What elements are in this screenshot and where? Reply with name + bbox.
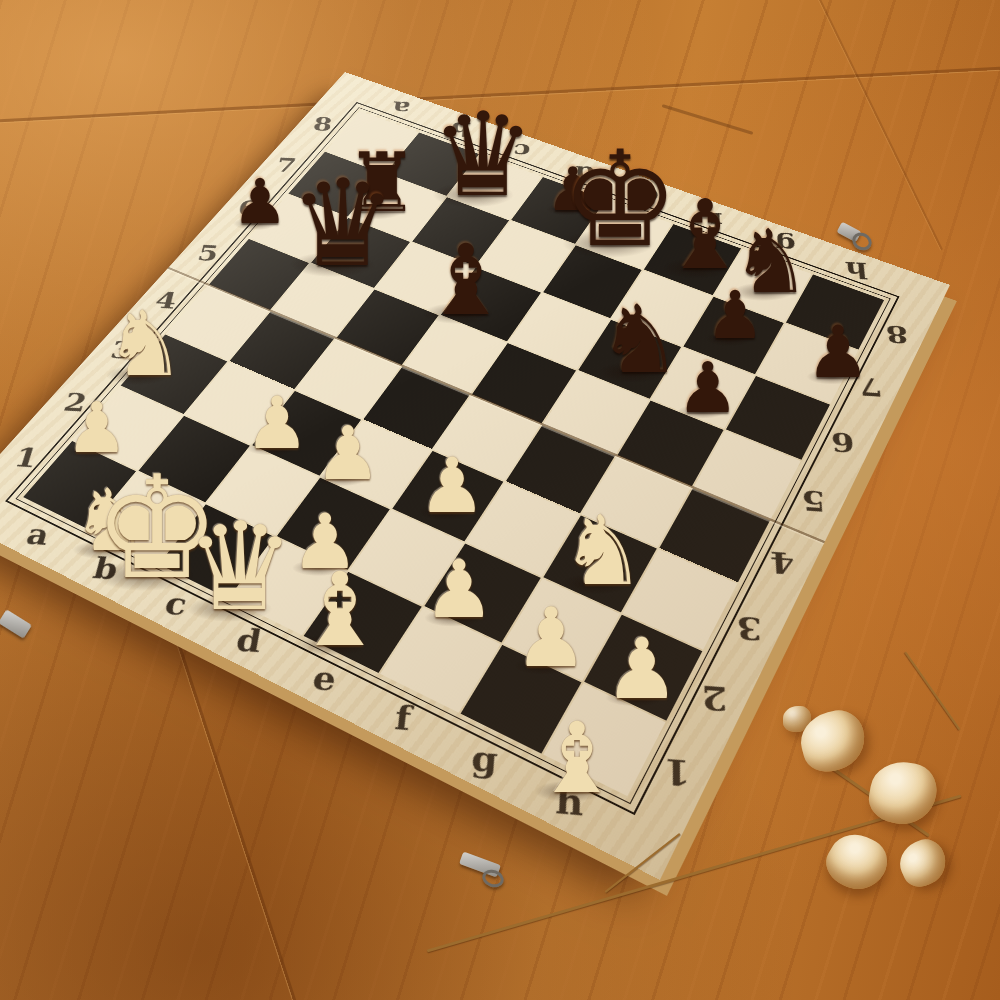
rank-label-right-8: 8 bbox=[884, 320, 909, 348]
file-label-top-b: b bbox=[450, 118, 472, 140]
rank-label-left-1: 1 bbox=[11, 442, 42, 473]
piece-shadow bbox=[105, 365, 170, 385]
rank-label-right-4: 4 bbox=[769, 545, 795, 581]
piece-shadow bbox=[560, 574, 629, 595]
piece-shadow bbox=[598, 362, 666, 383]
file-label-bottom-e: e bbox=[310, 659, 338, 698]
piece-shadow bbox=[72, 540, 134, 559]
piece-shadow bbox=[431, 182, 515, 208]
file-label-top-f: f bbox=[710, 208, 723, 232]
rank-label-left-3: 3 bbox=[108, 336, 136, 364]
file-label-bottom-c: c bbox=[162, 586, 191, 622]
file-label-top-d: d bbox=[574, 162, 595, 185]
piece-shadow bbox=[186, 595, 274, 622]
rank-label-right-3: 3 bbox=[736, 610, 763, 648]
file-label-bottom-f: f bbox=[393, 698, 413, 738]
file-label-bottom-a: a bbox=[23, 517, 54, 551]
piece-shadow bbox=[345, 202, 404, 220]
file-label-top-a: a bbox=[391, 97, 412, 119]
rank-label-left-5: 5 bbox=[195, 240, 221, 265]
piece-shadow bbox=[806, 369, 858, 385]
piece-shadow bbox=[514, 657, 573, 675]
piece-shadow bbox=[533, 780, 604, 802]
file-label-top-g: g bbox=[774, 232, 797, 258]
piece-shadow bbox=[291, 559, 346, 576]
file-label-top-h: h bbox=[844, 257, 869, 283]
piece-shadow bbox=[94, 561, 196, 592]
piece-shadow bbox=[706, 331, 754, 346]
rank-label-right-7: 7 bbox=[858, 372, 884, 402]
piece-shadow bbox=[418, 503, 473, 520]
piece-shadow bbox=[561, 229, 656, 258]
file-label-bottom-d: d bbox=[233, 621, 264, 659]
file-label-top-e: e bbox=[640, 185, 659, 209]
photo-stage: aa11bb22cc33dd44ee55ff66gg77hh88 ♛♟♚♝♞♜♟… bbox=[0, 0, 1000, 1000]
file-label-bottom-g: g bbox=[470, 738, 499, 780]
piece-shadow bbox=[245, 440, 297, 456]
rank-label-right-6: 6 bbox=[830, 427, 856, 459]
piece-shadow bbox=[232, 217, 277, 231]
rank-label-right-2: 2 bbox=[701, 678, 728, 718]
piece-shadow bbox=[662, 258, 731, 279]
rank-label-right-5: 5 bbox=[800, 484, 826, 517]
file-label-top-c: c bbox=[512, 140, 531, 163]
rank-label-left-2: 2 bbox=[60, 387, 90, 417]
piece-shadow bbox=[423, 609, 481, 627]
rank-label-left-7: 7 bbox=[274, 153, 298, 176]
rank-label-right-1: 1 bbox=[664, 751, 691, 794]
rank-label-left-8: 8 bbox=[311, 113, 334, 135]
piece-shadow bbox=[422, 302, 493, 324]
rank-label-left-4: 4 bbox=[153, 287, 180, 314]
